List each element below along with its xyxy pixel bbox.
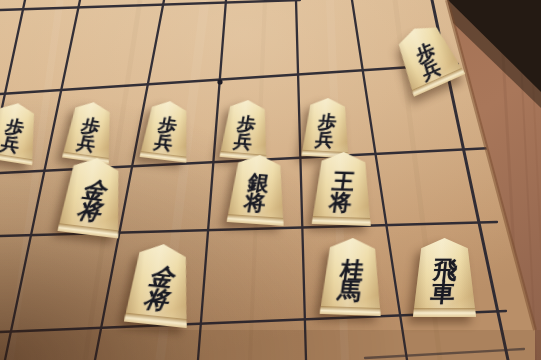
kanji-bottom: 兵 (153, 132, 175, 151)
koma-kanji: 歩 兵 (137, 99, 197, 163)
koma-kanji: 歩 兵 (392, 16, 462, 98)
koma-fuhyo-pawn-tilted[interactable]: 歩 兵 (389, 17, 465, 96)
kanji-bottom: 兵 (0, 134, 22, 153)
koma-fuhyo-pawn-3[interactable]: 歩 兵 (140, 98, 194, 162)
shogi-photo-scene: 歩 兵 歩 兵 歩 兵 歩 兵 (0, 0, 541, 360)
koma-kanji: 銀 将 (223, 153, 292, 225)
koma-osho-king[interactable]: 王 将 (312, 151, 374, 226)
koma-kinsho-gold-1[interactable]: 金 将 (58, 155, 128, 239)
koma-kanji: 歩 兵 (298, 97, 354, 158)
kanji-bottom: 兵 (314, 130, 335, 148)
koma-hisha-rook[interactable]: 飛 車 (413, 238, 476, 317)
koma-fuhyo-pawn-1[interactable]: 歩 兵 (0, 100, 41, 166)
koma-fuhyo-pawn-4[interactable]: 歩 兵 (220, 98, 272, 161)
koma-kanji: 金 将 (120, 241, 200, 327)
kanji-bottom: 将 (328, 192, 353, 214)
kanji-bottom: 将 (243, 192, 267, 213)
kanji-bottom: 馬 (336, 280, 362, 303)
kanji-bottom: 将 (142, 287, 171, 312)
koma-fuhyo-pawn-5[interactable]: 歩 兵 (301, 97, 351, 158)
kanji-bottom: 兵 (233, 132, 254, 150)
koma-kanji: 飛 車 (409, 238, 480, 317)
pieces-layer: 歩 兵 歩 兵 歩 兵 歩 兵 (0, 0, 541, 360)
koma-ginsho-silver[interactable]: 銀 将 (227, 153, 289, 226)
kanji-bottom: 兵 (419, 57, 442, 82)
koma-kanji: 金 将 (54, 155, 132, 238)
koma-kanji: 歩 兵 (0, 100, 44, 165)
koma-keima-knight[interactable]: 桂 馬 (320, 237, 384, 316)
kanji-bottom: 将 (75, 199, 103, 223)
kanji-bottom: 兵 (76, 133, 98, 152)
koma-kanji: 桂 馬 (316, 237, 388, 316)
koma-kinsho-gold-2[interactable]: 金 将 (124, 241, 195, 328)
koma-kanji: 王 将 (308, 151, 377, 226)
kanji-bottom: 車 (430, 282, 456, 305)
